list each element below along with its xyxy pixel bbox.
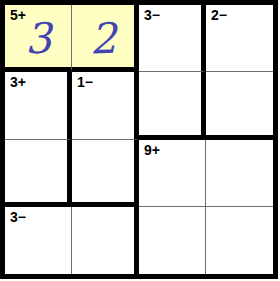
cell-value: 3: [4, 4, 72, 69]
kenken-board: 5+ 3 2 3− 2− 3+ 1−: [0, 0, 278, 279]
cell-r1c0[interactable]: 3+: [5, 72, 72, 139]
cell-r2c2[interactable]: 9+: [139, 140, 206, 207]
cell-r0c2[interactable]: 3−: [139, 5, 206, 72]
cell-r2c3[interactable]: [206, 140, 273, 207]
kenken-puzzle: 5+ 3 2 3− 2− 3+ 1−: [0, 0, 280, 281]
cell-value: [205, 138, 274, 207]
cell-value: [205, 71, 274, 136]
cell-r0c0[interactable]: 5+ 3: [5, 5, 72, 72]
cell-r1c2[interactable]: [139, 72, 206, 139]
cell-value: [71, 206, 135, 275]
cell-r0c1[interactable]: 2: [72, 5, 139, 72]
cell-r2c1[interactable]: [72, 140, 139, 207]
cell-r3c2[interactable]: [139, 207, 206, 274]
cell-value: [71, 71, 135, 139]
cell-value: [138, 71, 202, 135]
cell-value: [4, 138, 68, 202]
cell-r0c3[interactable]: 2−: [206, 5, 273, 72]
cell-value: [138, 206, 206, 276]
cell-value: 2: [71, 4, 135, 68]
cell-value: [71, 138, 135, 202]
cell-value: [205, 4, 274, 73]
cell-r1c1[interactable]: 1−: [72, 72, 139, 139]
cell-value: [138, 4, 202, 72]
cell-r2c0[interactable]: [5, 140, 72, 207]
cell-r3c3[interactable]: [206, 207, 273, 274]
cell-r1c3[interactable]: [206, 72, 273, 139]
cell-value: [138, 138, 206, 207]
cell-value: [4, 71, 68, 139]
cell-r3c1[interactable]: [72, 207, 139, 274]
cell-value: [205, 206, 274, 276]
cell-value: [4, 206, 72, 276]
cell-r3c0[interactable]: 3−: [5, 207, 72, 274]
